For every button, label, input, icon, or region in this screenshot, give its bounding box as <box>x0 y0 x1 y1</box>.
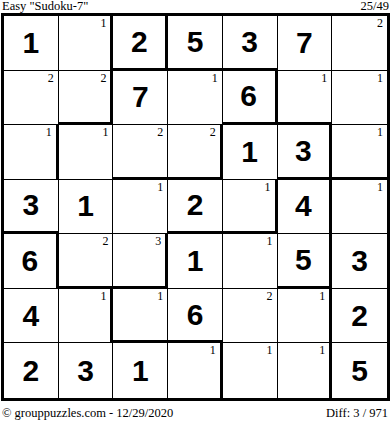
corner-mark: 2 <box>210 126 216 138</box>
cell-r1c6[interactable]: 7 <box>278 16 333 71</box>
corner-mark: 1 <box>212 72 218 84</box>
cell-r3c3[interactable]: 2 <box>113 125 168 180</box>
corner-mark: 1 <box>102 126 108 138</box>
cell-r3c1[interactable]: 1 <box>4 125 59 180</box>
given-digit: 2 <box>351 301 368 331</box>
corner-mark: 2 <box>100 72 106 84</box>
given-digit: 2 <box>23 356 40 386</box>
corner-mark: 1 <box>210 344 216 356</box>
corner-mark: 2 <box>267 290 273 302</box>
given-digit: 7 <box>296 28 313 58</box>
cell-r6c3[interactable]: 1 <box>113 289 168 344</box>
cell-r6c7[interactable]: 2 <box>332 289 387 344</box>
given-digit: 3 <box>77 356 94 386</box>
cell-r5c5[interactable]: 1 <box>223 234 278 289</box>
given-digit: 1 <box>77 191 94 221</box>
cell-r6c5[interactable]: 2 <box>223 289 278 344</box>
corner-mark: 1 <box>46 126 52 138</box>
corner-mark: 2 <box>377 17 383 29</box>
given-digit: 3 <box>295 136 312 166</box>
cell-r2c2[interactable]: 2 <box>59 71 114 126</box>
corner-mark: 1 <box>100 290 106 302</box>
cell-r2c4[interactable]: 1 <box>168 71 223 126</box>
cell-r5c2[interactable]: 2 <box>59 234 114 289</box>
difficulty-text: Diff: 3 / 971 <box>326 406 391 421</box>
given-digit: 6 <box>240 81 257 111</box>
cell-r3c4[interactable]: 2 <box>168 125 223 180</box>
givens-counter: 25/49 <box>361 0 391 13</box>
corner-mark: 1 <box>321 72 327 84</box>
given-digit: 4 <box>23 301 40 331</box>
cell-r7c6[interactable]: 1 <box>278 343 333 398</box>
page-title: Easy "Sudoku-7" <box>0 0 88 13</box>
cell-r6c2[interactable]: 1 <box>59 289 114 344</box>
corner-mark: 1 <box>377 126 383 138</box>
given-digit: 5 <box>351 356 368 386</box>
corner-mark: 1 <box>157 181 163 193</box>
cell-r5c3[interactable]: 3 <box>113 234 168 289</box>
cell-r1c4[interactable]: 5 <box>168 16 223 71</box>
given-digit: 1 <box>187 246 204 276</box>
given-digit: 5 <box>187 27 204 57</box>
corner-mark: 2 <box>48 72 54 84</box>
corner-mark: 1 <box>265 181 271 193</box>
cell-r7c7[interactable]: 5 <box>332 343 387 398</box>
cell-r1c1[interactable]: 1 <box>4 16 59 71</box>
cell-r6c1[interactable]: 4 <box>4 289 59 344</box>
cell-r2c5[interactable]: 6 <box>223 71 278 126</box>
given-digit: 4 <box>295 191 312 221</box>
cell-r1c7[interactable]: 2 <box>332 16 387 71</box>
cell-r4c3[interactable]: 1 <box>113 180 168 235</box>
cell-r7c2[interactable]: 3 <box>59 343 114 398</box>
cell-r3c5[interactable]: 1 <box>223 125 278 180</box>
cell-r1c3[interactable]: 2 <box>113 16 168 71</box>
cell-r7c3[interactable]: 1 <box>113 343 168 398</box>
corner-mark: 2 <box>102 235 108 247</box>
cell-r1c2[interactable]: 1 <box>59 16 114 71</box>
corner-mark: 1 <box>157 290 163 302</box>
cell-r3c2[interactable]: 1 <box>59 125 114 180</box>
cell-r5c1[interactable]: 6 <box>4 234 59 289</box>
footer: © grouppuzzles.com - 12/29/2020 Diff: 3 … <box>0 403 391 426</box>
header: Easy "Sudoku-7" 25/49 <box>0 0 391 13</box>
cell-r7c5[interactable]: 1 <box>223 343 278 398</box>
given-digit: 3 <box>241 27 258 57</box>
cell-r5c6[interactable]: 5 <box>278 234 333 289</box>
cell-r2c3[interactable]: 7 <box>113 71 168 126</box>
corner-mark: 1 <box>377 181 383 193</box>
cell-r2c7[interactable]: 1 <box>332 71 387 126</box>
copyright-text: © grouppuzzles.com - 12/29/2020 <box>0 406 173 421</box>
cell-r2c1[interactable]: 2 <box>4 71 59 126</box>
cell-r3c7[interactable]: 1 <box>332 125 387 180</box>
given-digit: 5 <box>295 245 312 275</box>
cell-r7c4[interactable]: 1 <box>168 343 223 398</box>
cell-r4c7[interactable]: 1 <box>332 180 387 235</box>
cell-r5c4[interactable]: 1 <box>168 234 223 289</box>
given-digit: 3 <box>351 246 368 276</box>
cell-r3c6[interactable]: 3 <box>278 125 333 180</box>
given-digit: 2 <box>187 190 204 220</box>
puzzle-page: Easy "Sudoku-7" 25/49 112537222716111122… <box>0 0 391 426</box>
corner-mark: 1 <box>267 344 273 356</box>
given-digit: 1 <box>132 356 149 386</box>
cell-r4c4[interactable]: 2 <box>168 180 223 235</box>
corner-mark: 1 <box>100 17 106 29</box>
cell-r5c7[interactable]: 3 <box>332 234 387 289</box>
corner-mark: 1 <box>319 344 325 356</box>
sudoku-board[interactable]: 1125372227161111221313112141623115341162… <box>1 13 390 401</box>
cell-r4c5[interactable]: 1 <box>223 180 278 235</box>
corner-mark: 3 <box>155 235 161 247</box>
cell-r1c5[interactable]: 3 <box>223 16 278 71</box>
cell-r4c2[interactable]: 1 <box>59 180 114 235</box>
cell-r4c6[interactable]: 4 <box>278 180 333 235</box>
cell-r6c6[interactable]: 1 <box>278 289 333 344</box>
cell-r7c1[interactable]: 2 <box>4 343 59 398</box>
cell-r2c6[interactable]: 1 <box>278 71 333 126</box>
given-digit: 1 <box>241 137 258 167</box>
cell-r4c1[interactable]: 3 <box>4 180 59 235</box>
given-digit: 1 <box>23 28 40 58</box>
corner-mark: 1 <box>377 72 383 84</box>
cell-r6c4[interactable]: 6 <box>168 289 223 344</box>
corner-mark: 1 <box>319 290 325 302</box>
corner-mark: 1 <box>267 235 273 247</box>
given-digit: 3 <box>23 190 40 220</box>
given-digit: 7 <box>132 82 149 112</box>
given-digit: 6 <box>187 300 204 330</box>
given-digit: 2 <box>131 27 148 57</box>
given-digit: 6 <box>22 246 39 276</box>
corner-mark: 2 <box>157 126 163 138</box>
